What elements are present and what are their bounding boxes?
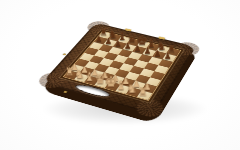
piece-white-pawn: ♟ [99, 71, 110, 80]
square-h5 [154, 65, 168, 74]
square-h8: ♜ [166, 48, 180, 56]
piece-white-rook: ♜ [64, 67, 75, 77]
square-h6 [158, 59, 172, 68]
piece-black-knight: ♞ [108, 29, 118, 39]
piece-black-pawn: ♟ [142, 47, 153, 55]
hinge-icon [158, 36, 166, 39]
square-h1: ♜ [137, 90, 152, 100]
hinge-icon [124, 28, 131, 31]
clasp-pin-icon [63, 53, 67, 55]
piece-black-bishop: ♝ [117, 31, 127, 42]
square-h7: ♟ [162, 54, 176, 62]
square-b1: ♞ [74, 73, 89, 82]
carved-rosette [35, 71, 69, 91]
piece-black-knight: ♞ [156, 41, 167, 52]
product-photo: ♜♞♝♛♚♝♞♜♟♟♟♟♟♟♟♟♟♟♟♟♟♟♟♟♜♞♝♛♚♝♞♜ [0, 0, 240, 150]
